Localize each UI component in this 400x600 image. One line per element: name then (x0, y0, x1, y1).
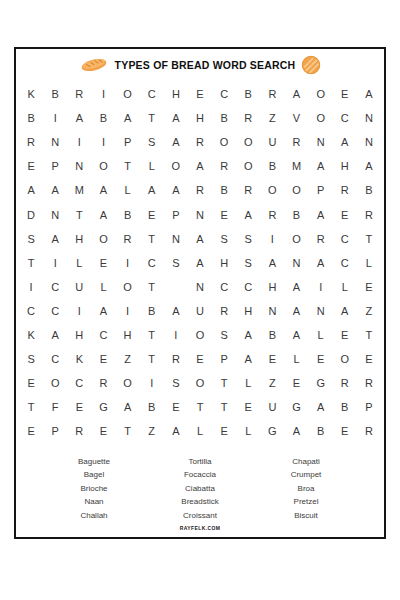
grid-cell-r3c7[interactable]: A (164, 130, 188, 154)
word-item: Brioche (41, 482, 147, 495)
grid-cell-r6c4[interactable]: A (91, 202, 115, 226)
grid-cell-r6c9[interactable]: E (212, 202, 236, 226)
grid-cell-r10c2[interactable]: C (43, 299, 67, 323)
grid-cell-r15c14[interactable]: E (333, 419, 357, 443)
grid-cell-r14c11[interactable]: U (260, 395, 284, 419)
grid-cell-r10c1[interactable]: C (19, 299, 43, 323)
grid-cell-r6c1[interactable]: D (19, 202, 43, 226)
grid-cell-r6c12[interactable]: B (284, 202, 308, 226)
grid-cell-r2c11[interactable]: Z (260, 106, 284, 130)
word-item: Broa (253, 482, 359, 495)
grid-cell-r5c6[interactable]: A (140, 178, 164, 202)
grid-cell-r11c9[interactable]: S (212, 323, 236, 347)
grid-cell-r1c1[interactable]: K (19, 82, 43, 106)
grid-cell-r9c4[interactable]: L (91, 275, 115, 299)
grid-cell-r5c10[interactable]: R (236, 178, 260, 202)
grid-cell-r12c14[interactable]: O (333, 347, 357, 371)
grid-cell-r10c9[interactable]: R (212, 299, 236, 323)
grid-cell-r1c12[interactable]: A (284, 82, 308, 106)
grid-cell-r11c11[interactable]: B (260, 323, 284, 347)
grid-cell-r15c5[interactable]: T (116, 419, 140, 443)
grid-cell-r3c2[interactable]: N (43, 130, 67, 154)
grid-cell-r12c15[interactable]: E (357, 347, 381, 371)
grid-cell-r9c9[interactable]: C (212, 275, 236, 299)
grid-cell-r1c3[interactable]: R (67, 82, 91, 106)
grid-cell-r2c6[interactable]: T (140, 106, 164, 130)
grid-cell-r8c12[interactable]: N (284, 251, 308, 275)
grid-cell-r9c15[interactable]: E (357, 275, 381, 299)
grid-cell-r13c9[interactable]: T (212, 371, 236, 395)
grid-cell-r11c8[interactable]: O (188, 323, 212, 347)
word-item: Bagel (41, 468, 147, 481)
grid-cell-r14c10[interactable]: E (236, 395, 260, 419)
grid-cell-r14c5[interactable]: A (116, 395, 140, 419)
grid-cell-r9c5[interactable]: O (116, 275, 140, 299)
grid-cell-r2c10[interactable]: R (236, 106, 260, 130)
grid-cell-r9c12[interactable]: A (284, 275, 308, 299)
grid-cell-r4c10[interactable]: O (236, 154, 260, 178)
grid-cell-r14c9[interactable]: T (212, 395, 236, 419)
grid-cell-r5c8[interactable]: R (188, 178, 212, 202)
grid-cell-r2c8[interactable]: H (188, 106, 212, 130)
grid-cell-r12c13[interactable]: E (309, 347, 333, 371)
grid-cell-r10c8[interactable]: U (188, 299, 212, 323)
grid-cell-r1c14[interactable]: E (333, 82, 357, 106)
grid-cell-r8c10[interactable]: S (236, 251, 260, 275)
grid-cell-r9c1[interactable]: I (19, 275, 43, 299)
word-item: Pretzel (253, 495, 359, 508)
word-search-grid: KBRIOCHECBRAOEABIABATAHBRZVOCNRNIIPSAROO… (19, 82, 381, 443)
grid-cell-r15c12[interactable]: A (284, 419, 308, 443)
grid-cell-r1c2[interactable]: B (43, 82, 67, 106)
grid-cell-r13c2[interactable]: O (43, 371, 67, 395)
grid-cell-r2c15[interactable]: N (357, 106, 381, 130)
word-item: Biscuit (253, 509, 359, 522)
grid-cell-r1c6[interactable]: C (140, 82, 164, 106)
grid-cell-r4c13[interactable]: A (309, 154, 333, 178)
grid-cell-r7c13[interactable]: R (309, 227, 333, 251)
grid-cell-r15c15[interactable]: R (357, 419, 381, 443)
grid-cell-r6c8[interactable]: N (188, 202, 212, 226)
grid-cell-r3c12[interactable]: R (284, 130, 308, 154)
grid-cell-r11c4[interactable]: C (91, 323, 115, 347)
grid-cell-r2c1[interactable]: B (19, 106, 43, 130)
grid-cell-r10c3[interactable]: I (67, 299, 91, 323)
word-item: Naan (41, 495, 147, 508)
grid-cell-r7c15[interactable]: T (357, 227, 381, 251)
grid-cell-r11c12[interactable]: A (284, 323, 308, 347)
grid-cell-r4c3[interactable]: N (67, 154, 91, 178)
grid-cell-r5c13[interactable]: P (309, 178, 333, 202)
puzzle-title: TYPES OF BREAD WORD SEARCH (115, 59, 296, 71)
grid-cell-r2c3[interactable]: A (67, 106, 91, 130)
grid-cell-r11c13[interactable]: L (309, 323, 333, 347)
grid-cell-r13c15[interactable]: R (357, 371, 381, 395)
grid-cell-r5c1[interactable]: A (19, 178, 43, 202)
grid-cell-r12c8[interactable]: E (188, 347, 212, 371)
grid-cell-r13c8[interactable]: O (188, 371, 212, 395)
word-list-column-3: ChapatiCrumpetBroaPretzelBiscuit (253, 455, 359, 522)
grid-cell-r13c5[interactable]: O (116, 371, 140, 395)
grid-cell-r11c2[interactable]: A (43, 323, 67, 347)
grid-cell-r10c5[interactable]: I (116, 299, 140, 323)
grid-cell-r15c3[interactable]: R (67, 419, 91, 443)
grid-cell-r9c13[interactable]: I (309, 275, 333, 299)
grid-cell-r3c3[interactable]: I (67, 130, 91, 154)
grid-cell-r5c3[interactable]: M (67, 178, 91, 202)
grid-cell-r1c8[interactable]: E (188, 82, 212, 106)
grid-cell-r10c14[interactable]: A (333, 299, 357, 323)
grid-cell-r3c11[interactable]: U (260, 130, 284, 154)
grid-cell-r6c11[interactable]: R (260, 202, 284, 226)
grid-cell-r13c14[interactable]: R (333, 371, 357, 395)
grid-cell-r7c1[interactable]: S (19, 227, 43, 251)
grid-cell-r1c13[interactable]: O (309, 82, 333, 106)
grid-cell-r13c1[interactable]: E (19, 371, 43, 395)
grid-cell-r6c6[interactable]: E (140, 202, 164, 226)
grid-cell-r11c5[interactable]: H (116, 323, 140, 347)
grid-cell-r2c2[interactable]: I (43, 106, 67, 130)
word-item: Focaccia (147, 468, 253, 481)
baguette-icon (79, 56, 109, 74)
grid-cell-r14c15[interactable]: P (357, 395, 381, 419)
grid-cell-r14c4[interactable]: G (91, 395, 115, 419)
grid-cell-r8c1[interactable]: T (19, 251, 43, 275)
grid-cell-r10c11[interactable]: N (260, 299, 284, 323)
grid-cell-r12c7[interactable]: R (164, 347, 188, 371)
grid-cell-r8c13[interactable]: A (309, 251, 333, 275)
grid-cell-r9c11[interactable]: H (260, 275, 284, 299)
grid-cell-r10c15[interactable]: Z (357, 299, 381, 323)
grid-cell-r9c14[interactable]: L (333, 275, 357, 299)
grid-cell-r9c8[interactable]: N (188, 275, 212, 299)
grid-cell-r8c14[interactable]: C (333, 251, 357, 275)
grid-cell-r7c8[interactable]: A (188, 227, 212, 251)
title-row: TYPES OF BREAD WORD SEARCH (16, 54, 384, 76)
grid-cell-r11c7[interactable]: I (164, 323, 188, 347)
grid-cell-r3c14[interactable]: A (333, 130, 357, 154)
grid-cell-r13c12[interactable]: E (284, 371, 308, 395)
grid-cell-r4c15[interactable]: A (357, 154, 381, 178)
grid-cell-r12c11[interactable]: E (260, 347, 284, 371)
grid-cell-r2c13[interactable]: O (309, 106, 333, 130)
word-list: BaguetteBagelBriocheNaanChallahTortillaF… (41, 455, 359, 522)
grid-cell-r4c2[interactable]: P (43, 154, 67, 178)
grid-cell-r14c6[interactable]: B (140, 395, 164, 419)
grid-cell-r5c11[interactable]: O (260, 178, 284, 202)
word-item: Baguette (41, 455, 147, 468)
word-item: Challah (41, 509, 147, 522)
puzzle-page: TYPES OF BREAD WORD SEARCH KBRIOCHECBRAO… (0, 0, 400, 600)
grid-cell-r7c12[interactable]: O (284, 227, 308, 251)
grid-cell-r8c5[interactable]: I (116, 251, 140, 275)
grid-cell-r4c11[interactable]: B (260, 154, 284, 178)
grid-cell-r14c8[interactable]: T (188, 395, 212, 419)
grid-cell-r15c9[interactable]: E (212, 419, 236, 443)
grid-cell-r12c6[interactable]: T (140, 347, 164, 371)
grid-cell-r15c10[interactable]: L (236, 419, 260, 443)
grid-cell-r15c4[interactable]: E (91, 419, 115, 443)
grid-cell-r5c2[interactable]: A (43, 178, 67, 202)
grid-cell-r7c14[interactable]: C (333, 227, 357, 251)
grid-cell-r12c5[interactable]: Z (116, 347, 140, 371)
grid-cell-r15c11[interactable]: G (260, 419, 284, 443)
word-item: Croissant (147, 509, 253, 522)
grid-cell-r9c7[interactable] (164, 275, 188, 299)
grid-cell-r9c3[interactable]: U (67, 275, 91, 299)
grid-cell-r5c4[interactable]: A (91, 178, 115, 202)
grid-cell-r7c2[interactable]: A (43, 227, 67, 251)
grid-cell-r9c2[interactable]: C (43, 275, 67, 299)
grid-cell-r11c1[interactable]: K (19, 323, 43, 347)
grid-cell-r5c14[interactable]: R (333, 178, 357, 202)
grid-cell-r6c2[interactable]: N (43, 202, 67, 226)
grid-cell-r3c13[interactable]: N (309, 130, 333, 154)
grid-cell-r6c5[interactable]: B (116, 202, 140, 226)
grid-cell-r10c6[interactable]: B (140, 299, 164, 323)
grid-cell-r14c14[interactable]: B (333, 395, 357, 419)
grid-cell-r1c9[interactable]: C (212, 82, 236, 106)
grid-cell-r1c7[interactable]: H (164, 82, 188, 106)
grid-cell-r5c5[interactable]: L (116, 178, 140, 202)
grid-cell-r8c4[interactable]: E (91, 251, 115, 275)
word-list-column-1: BaguetteBagelBriocheNaanChallah (41, 455, 147, 522)
grid-cell-r7c7[interactable]: N (164, 227, 188, 251)
boule-bread-icon (301, 55, 321, 75)
grid-cell-r3c4[interactable]: I (91, 130, 115, 154)
grid-cell-r14c3[interactable]: E (67, 395, 91, 419)
grid-cell-r8c15[interactable]: L (357, 251, 381, 275)
grid-cell-r13c13[interactable]: G (309, 371, 333, 395)
grid-cell-r12c3[interactable]: K (67, 347, 91, 371)
grid-cell-r1c11[interactable]: R (260, 82, 284, 106)
grid-cell-r4c4[interactable]: O (91, 154, 115, 178)
grid-cell-r8c6[interactable]: C (140, 251, 164, 275)
word-list-column-2: TortillaFocacciaCiabattaBreadstickCroiss… (147, 455, 253, 522)
grid-cell-r9c6[interactable]: T (140, 275, 164, 299)
grid-cell-r10c13[interactable]: N (309, 299, 333, 323)
word-item: Crumpet (253, 468, 359, 481)
grid-cell-r5c15[interactable]: B (357, 178, 381, 202)
grid-cell-r14c1[interactable]: T (19, 395, 43, 419)
word-item: Chapati (253, 455, 359, 468)
grid-cell-r7c4[interactable]: O (91, 227, 115, 251)
grid-cell-r12c1[interactable]: S (19, 347, 43, 371)
grid-cell-r6c10[interactable]: A (236, 202, 260, 226)
word-item: Ciabatta (147, 482, 253, 495)
grid-cell-r3c10[interactable]: O (236, 130, 260, 154)
grid-cell-r13c3[interactable]: C (67, 371, 91, 395)
grid-cell-r4c1[interactable]: E (19, 154, 43, 178)
grid-cell-r12c10[interactable]: A (236, 347, 260, 371)
grid-cell-r6c3[interactable]: T (67, 202, 91, 226)
grid-cell-r11c3[interactable]: H (67, 323, 91, 347)
grid-cell-r6c7[interactable]: P (164, 202, 188, 226)
grid-cell-r4c8[interactable]: A (188, 154, 212, 178)
grid-cell-r8c7[interactable]: S (164, 251, 188, 275)
grid-cell-r15c1[interactable]: E (19, 419, 43, 443)
grid-cell-r13c7[interactable]: S (164, 371, 188, 395)
grid-cell-r14c7[interactable]: E (164, 395, 188, 419)
grid-cell-r1c10[interactable]: B (236, 82, 260, 106)
grid-cell-r3c5[interactable]: P (116, 130, 140, 154)
grid-cell-r5c7[interactable]: A (164, 178, 188, 202)
grid-cell-r12c12[interactable]: L (284, 347, 308, 371)
grid-cell-r6c13[interactable]: A (309, 202, 333, 226)
grid-cell-r12c2[interactable]: C (43, 347, 67, 371)
grid-cell-r7c9[interactable]: S (212, 227, 236, 251)
grid-cell-r2c9[interactable]: B (212, 106, 236, 130)
grid-cell-r2c7[interactable]: A (164, 106, 188, 130)
grid-cell-r13c6[interactable]: I (140, 371, 164, 395)
grid-cell-r2c12[interactable]: V (284, 106, 308, 130)
grid-cell-r3c9[interactable]: O (212, 130, 236, 154)
grid-cell-r3c6[interactable]: S (140, 130, 164, 154)
grid-cell-r3c1[interactable]: R (19, 130, 43, 154)
grid-cell-r7c10[interactable]: S (236, 227, 260, 251)
grid-cell-r4c7[interactable]: O (164, 154, 188, 178)
grid-cell-r7c11[interactable]: I (260, 227, 284, 251)
grid-cell-r10c10[interactable]: H (236, 299, 260, 323)
grid-cell-r14c2[interactable]: F (43, 395, 67, 419)
grid-cell-r2c5[interactable]: A (116, 106, 140, 130)
grid-cell-r12c4[interactable]: E (91, 347, 115, 371)
grid-cell-r13c4[interactable]: R (91, 371, 115, 395)
grid-cell-r2c14[interactable]: C (333, 106, 357, 130)
grid-cell-r1c15[interactable]: A (357, 82, 381, 106)
grid-cell-r11c6[interactable]: T (140, 323, 164, 347)
grid-cell-r10c12[interactable]: A (284, 299, 308, 323)
grid-cell-r6c14[interactable]: E (333, 202, 357, 226)
grid-cell-r4c6[interactable]: L (140, 154, 164, 178)
grid-cell-r8c11[interactable]: A (260, 251, 284, 275)
grid-cell-r15c6[interactable]: Z (140, 419, 164, 443)
grid-cell-r6c15[interactable]: R (357, 202, 381, 226)
word-item: Breadstick (147, 495, 253, 508)
grid-cell-r15c8[interactable]: L (188, 419, 212, 443)
grid-cell-r2c4[interactable]: B (91, 106, 115, 130)
grid-cell-r8c2[interactable]: I (43, 251, 67, 275)
grid-cell-r4c9[interactable]: R (212, 154, 236, 178)
grid-cell-r3c15[interactable]: N (357, 130, 381, 154)
word-item: Tortilla (147, 455, 253, 468)
grid-cell-r3c8[interactable]: R (188, 130, 212, 154)
grid-cell-r1c4[interactable]: I (91, 82, 115, 106)
grid-cell-r9c10[interactable]: C (236, 275, 260, 299)
grid-cell-r14c13[interactable]: A (309, 395, 333, 419)
grid-cell-r5c9[interactable]: B (212, 178, 236, 202)
grid-cell-r1c5[interactable]: O (116, 82, 140, 106)
grid-cell-r7c5[interactable]: R (116, 227, 140, 251)
grid-cell-r8c9[interactable]: H (212, 251, 236, 275)
grid-cell-r4c5[interactable]: T (116, 154, 140, 178)
grid-cell-r14c12[interactable]: G (284, 395, 308, 419)
grid-cell-r7c6[interactable]: T (140, 227, 164, 251)
grid-cell-r11c15[interactable]: T (357, 323, 381, 347)
grid-cell-r10c7[interactable]: A (164, 299, 188, 323)
grid-cell-r7c3[interactable]: H (67, 227, 91, 251)
grid-cell-r8c8[interactable]: A (188, 251, 212, 275)
grid-cell-r15c7[interactable]: A (164, 419, 188, 443)
grid-cell-r10c4[interactable]: A (91, 299, 115, 323)
grid-cell-r15c2[interactable]: P (43, 419, 67, 443)
grid-cell-r15c13[interactable]: B (309, 419, 333, 443)
puzzle-frame: TYPES OF BREAD WORD SEARCH KBRIOCHECBRAO… (14, 47, 386, 539)
grid-cell-r13c11[interactable]: Z (260, 371, 284, 395)
grid-cell-r4c12[interactable]: M (284, 154, 308, 178)
grid-cell-r11c10[interactable]: A (236, 323, 260, 347)
watermark-text: RAYFELK.COM (16, 525, 384, 531)
grid-cell-r4c14[interactable]: H (333, 154, 357, 178)
grid-cell-r8c3[interactable]: L (67, 251, 91, 275)
grid-cell-r13c10[interactable]: L (236, 371, 260, 395)
grid-cell-r12c9[interactable]: P (212, 347, 236, 371)
grid-cell-r5c12[interactable]: O (284, 178, 308, 202)
grid-cell-r11c14[interactable]: E (333, 323, 357, 347)
